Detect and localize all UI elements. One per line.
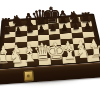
square-g1[interactable] [74,56,87,63]
square-h1[interactable] [86,55,99,62]
square-d1[interactable] [39,58,51,65]
board-frame [0,14,100,70]
board-grid [2,16,99,68]
chess-board [0,0,100,100]
square-e1[interactable] [51,57,64,64]
square-b1[interactable] [15,60,27,67]
brass-clasp-icon [23,70,34,82]
chess-set-photo: ♜♞♝♛♚♝♞♜♟♟♟♟♟♟♟♟♟♟♟♟♟♟♟♟♜♞♝♛♚♝♞♜ [0,0,100,100]
square-c1[interactable] [27,59,39,66]
board-surface [0,14,100,70]
square-a1[interactable] [2,61,14,68]
square-f1[interactable] [63,56,76,63]
